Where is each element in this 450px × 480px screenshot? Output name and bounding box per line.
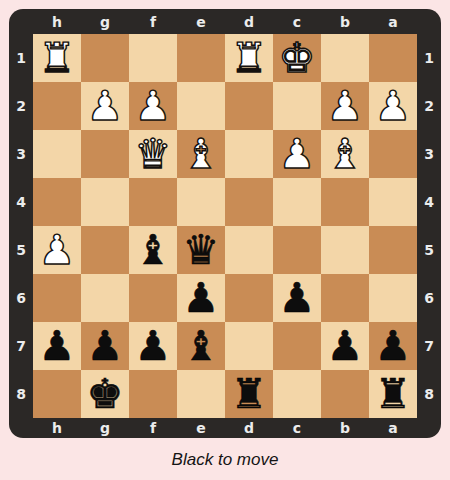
file-label-bottom-d: d — [225, 418, 273, 438]
square-d1[interactable]: ♜ — [225, 34, 273, 82]
board-corner — [9, 418, 33, 438]
rank-label-right-8: 8 — [417, 370, 441, 418]
square-h5[interactable]: ♟ — [33, 226, 81, 274]
black-pawn-a7: ♟ — [375, 322, 412, 370]
file-label-top-h: h — [33, 9, 81, 34]
square-f1[interactable] — [129, 34, 177, 82]
board-corner — [9, 9, 33, 34]
square-h6[interactable] — [33, 274, 81, 322]
square-d8[interactable]: ♜ — [225, 370, 273, 418]
rank-label-left-1: 1 — [9, 34, 33, 82]
black-pawn-h7: ♟ — [39, 322, 76, 370]
square-b3[interactable]: ♝ — [321, 130, 369, 178]
rank-label-left-4: 4 — [9, 178, 33, 226]
file-label-bottom-g: g — [81, 418, 129, 438]
black-pawn-f7: ♟ — [135, 322, 172, 370]
file-label-bottom-b: b — [321, 418, 369, 438]
square-c7[interactable] — [273, 322, 321, 370]
white-pawn-b2: ♟ — [327, 82, 364, 130]
square-a6[interactable] — [369, 274, 417, 322]
square-c5[interactable] — [273, 226, 321, 274]
square-h4[interactable] — [33, 178, 81, 226]
square-h1[interactable]: ♜ — [33, 34, 81, 82]
square-d5[interactable] — [225, 226, 273, 274]
square-b6[interactable] — [321, 274, 369, 322]
rank-label-left-3: 3 — [9, 130, 33, 178]
chess-board: hgfedcba1♜♜♚12♟♟♟♟23♛♝♟♝3445♟♝♛56♟♟67♟♟♟… — [9, 9, 441, 438]
rank-label-left-5: 5 — [9, 226, 33, 274]
square-e6[interactable]: ♟ — [177, 274, 225, 322]
black-rook-a8: ♜ — [375, 370, 412, 418]
square-d4[interactable] — [225, 178, 273, 226]
square-e2[interactable] — [177, 82, 225, 130]
square-g1[interactable] — [81, 34, 129, 82]
file-label-bottom-c: c — [273, 418, 321, 438]
square-c6[interactable]: ♟ — [273, 274, 321, 322]
file-label-top-e: e — [177, 9, 225, 34]
white-queen-f3: ♛ — [135, 130, 172, 178]
rank-label-left-8: 8 — [9, 370, 33, 418]
square-e7[interactable]: ♝ — [177, 322, 225, 370]
white-pawn-a2: ♟ — [375, 82, 412, 130]
page: { "game": "chess", "position": { "fen": … — [0, 0, 450, 480]
square-g6[interactable] — [81, 274, 129, 322]
board-corner — [417, 9, 441, 34]
square-a3[interactable] — [369, 130, 417, 178]
square-d3[interactable] — [225, 130, 273, 178]
square-h3[interactable] — [33, 130, 81, 178]
file-label-top-c: c — [273, 9, 321, 34]
square-d7[interactable] — [225, 322, 273, 370]
square-b8[interactable] — [321, 370, 369, 418]
white-bishop-e3: ♝ — [183, 130, 220, 178]
white-pawn-h5: ♟ — [39, 226, 76, 274]
square-a2[interactable]: ♟ — [369, 82, 417, 130]
file-label-bottom-e: e — [177, 418, 225, 438]
rank-label-right-5: 5 — [417, 226, 441, 274]
file-label-bottom-h: h — [33, 418, 81, 438]
black-pawn-e6: ♟ — [183, 274, 220, 322]
black-king-g8: ♚ — [87, 370, 124, 418]
square-g5[interactable] — [81, 226, 129, 274]
black-bishop-f5: ♝ — [135, 226, 172, 274]
file-label-bottom-f: f — [129, 418, 177, 438]
square-b5[interactable] — [321, 226, 369, 274]
white-bishop-b3: ♝ — [327, 130, 364, 178]
square-a4[interactable] — [369, 178, 417, 226]
file-label-top-g: g — [81, 9, 129, 34]
square-f5[interactable]: ♝ — [129, 226, 177, 274]
square-e3[interactable]: ♝ — [177, 130, 225, 178]
square-h7[interactable]: ♟ — [33, 322, 81, 370]
white-pawn-g2: ♟ — [87, 82, 124, 130]
white-king-c1: ♚ — [279, 34, 316, 82]
file-label-top-f: f — [129, 9, 177, 34]
square-a8[interactable]: ♜ — [369, 370, 417, 418]
square-h8[interactable] — [33, 370, 81, 418]
square-b2[interactable]: ♟ — [321, 82, 369, 130]
square-h2[interactable] — [33, 82, 81, 130]
file-label-bottom-a: a — [369, 418, 417, 438]
black-pawn-b7: ♟ — [327, 322, 364, 370]
square-b1[interactable] — [321, 34, 369, 82]
square-f3[interactable]: ♛ — [129, 130, 177, 178]
black-rook-d8: ♜ — [231, 370, 268, 418]
rank-label-right-4: 4 — [417, 178, 441, 226]
side-to-move-caption: Black to move — [0, 450, 450, 470]
rank-label-left-2: 2 — [9, 82, 33, 130]
white-pawn-f2: ♟ — [135, 82, 172, 130]
square-b4[interactable] — [321, 178, 369, 226]
white-pawn-c3: ♟ — [279, 130, 316, 178]
file-label-top-b: b — [321, 9, 369, 34]
square-b7[interactable]: ♟ — [321, 322, 369, 370]
square-e4[interactable] — [177, 178, 225, 226]
square-c3[interactable]: ♟ — [273, 130, 321, 178]
square-g2[interactable]: ♟ — [81, 82, 129, 130]
black-queen-e5: ♛ — [183, 226, 220, 274]
rank-label-right-6: 6 — [417, 274, 441, 322]
rank-label-left-6: 6 — [9, 274, 33, 322]
square-a1[interactable] — [369, 34, 417, 82]
square-f4[interactable] — [129, 178, 177, 226]
square-c8[interactable] — [273, 370, 321, 418]
square-c1[interactable]: ♚ — [273, 34, 321, 82]
square-f8[interactable] — [129, 370, 177, 418]
black-pawn-g7: ♟ — [87, 322, 124, 370]
square-f7[interactable]: ♟ — [129, 322, 177, 370]
square-g4[interactable] — [81, 178, 129, 226]
rank-label-right-7: 7 — [417, 322, 441, 370]
file-label-top-d: d — [225, 9, 273, 34]
square-f6[interactable] — [129, 274, 177, 322]
file-label-top-a: a — [369, 9, 417, 34]
rank-label-right-1: 1 — [417, 34, 441, 82]
square-c4[interactable] — [273, 178, 321, 226]
square-a7[interactable]: ♟ — [369, 322, 417, 370]
square-e8[interactable] — [177, 370, 225, 418]
square-e1[interactable] — [177, 34, 225, 82]
square-d6[interactable] — [225, 274, 273, 322]
square-g7[interactable]: ♟ — [81, 322, 129, 370]
white-rook-d1: ♜ — [231, 34, 268, 82]
black-pawn-c6: ♟ — [279, 274, 316, 322]
white-rook-h1: ♜ — [39, 34, 76, 82]
square-d2[interactable] — [225, 82, 273, 130]
black-bishop-e7: ♝ — [183, 322, 220, 370]
square-f2[interactable]: ♟ — [129, 82, 177, 130]
square-g8[interactable]: ♚ — [81, 370, 129, 418]
rank-label-right-2: 2 — [417, 82, 441, 130]
board-corner — [417, 418, 441, 438]
square-e5[interactable]: ♛ — [177, 226, 225, 274]
square-c2[interactable] — [273, 82, 321, 130]
square-a5[interactable] — [369, 226, 417, 274]
square-g3[interactable] — [81, 130, 129, 178]
rank-label-left-7: 7 — [9, 322, 33, 370]
rank-label-right-3: 3 — [417, 130, 441, 178]
